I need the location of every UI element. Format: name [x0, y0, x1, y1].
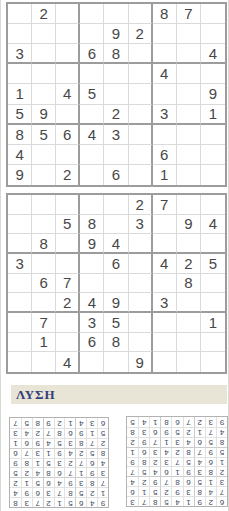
cell-r6c1: 8: [97, 448, 108, 458]
cell-r6c1: 5: [8, 105, 32, 125]
cell-r4c5: 6: [104, 254, 128, 274]
cell-r6c4: [80, 105, 104, 125]
cell-r1c5: [104, 4, 128, 24]
cell-r8c1: [8, 333, 32, 353]
cell-r4c2: [32, 64, 56, 84]
cell-r5c9: 9: [10, 458, 21, 468]
cell-r3c4: 9: [80, 234, 104, 254]
cell-r4c2: 9: [86, 467, 97, 477]
cell-r8c3: [56, 145, 80, 165]
cell-r6c9: 6: [10, 448, 21, 458]
cell-r7c8: 6: [21, 438, 32, 448]
cell-r7c7: 9: [32, 438, 43, 448]
cell-r2c4: 3: [183, 486, 194, 496]
cell-r8c7: 6: [153, 145, 177, 165]
cell-r9c4: 7: [183, 417, 194, 427]
cell-r2c1: 7: [216, 486, 227, 496]
cell-r1c6: 2: [43, 497, 54, 507]
cell-r9c2: [32, 352, 56, 372]
cell-r9c7: 1: [149, 417, 160, 427]
cell-r1c7: 7: [32, 497, 43, 507]
cell-r5c3: 7: [75, 458, 86, 468]
cell-r6c6: 1: [43, 448, 54, 458]
cell-r3c7: 5: [32, 477, 43, 487]
cell-r5c8: 8: [21, 458, 32, 468]
cell-r8c8: 3: [138, 427, 149, 437]
cell-r4c7: 4: [153, 64, 177, 84]
cell-r4c7: 4: [153, 254, 177, 274]
cell-r1c3: [56, 195, 80, 215]
cell-r5c3: 4: [56, 84, 80, 104]
cell-r9c9: [201, 352, 225, 372]
cell-r1c6: 2: [129, 195, 153, 215]
cell-r6c3: [56, 105, 80, 125]
cell-r2c4: [80, 24, 104, 44]
cell-r4c9: 5: [10, 467, 21, 477]
cell-r3c8: [177, 234, 201, 254]
cell-r2c9: 4: [10, 487, 21, 497]
cell-r7c6: 4: [43, 438, 54, 448]
cell-r4c9: [201, 64, 225, 84]
cell-r1c7: 8: [153, 4, 177, 24]
cell-r2c3: 5: [56, 215, 80, 235]
cell-r9c9: 5: [127, 417, 138, 427]
cell-r9c1: 9: [216, 417, 227, 427]
cell-r1c7: 8: [149, 496, 160, 506]
cell-r4c8: 2: [21, 467, 32, 477]
cell-r4c1: [8, 64, 32, 84]
cell-r3c5: 8: [171, 476, 182, 486]
cell-r8c4: 2: [183, 427, 194, 437]
cell-r9c4: 1: [64, 418, 75, 428]
cell-r7c7: [153, 125, 177, 145]
cell-r7c5: 3: [171, 437, 182, 447]
solution-grid-left: 9465127381258736947839465123917684254672…: [9, 417, 109, 508]
cell-r9c4: [80, 352, 104, 372]
cell-r3c2: [32, 44, 56, 64]
cell-r2c8: 9: [21, 487, 32, 497]
cell-r5c6: 5: [43, 458, 54, 468]
cell-r7c5: 5: [54, 438, 65, 448]
cell-r7c6: [129, 313, 153, 333]
cell-r3c4: 9: [64, 477, 75, 487]
cell-r1c9: 3: [127, 496, 138, 506]
cell-r8c4: [80, 145, 104, 165]
cell-r6c7: 3: [153, 293, 177, 313]
cell-r9c2: 3: [86, 418, 97, 428]
cell-r4c9: 7: [127, 466, 138, 476]
cell-r5c9: [201, 274, 225, 294]
cell-r1c2: 4: [86, 497, 97, 507]
cell-r8c2: 7: [205, 427, 216, 437]
cell-r2c7: [153, 24, 177, 44]
cell-r1c4: [80, 4, 104, 24]
cell-r9c6: 8: [160, 417, 171, 427]
cell-r7c4: 4: [183, 437, 194, 447]
cell-r1c5: 4: [171, 496, 182, 506]
cell-r8c9: [201, 333, 225, 353]
cell-r3c3: 5: [194, 476, 205, 486]
cell-r7c5: 5: [104, 313, 128, 333]
cell-r6c7: 3: [149, 447, 160, 457]
cell-r9c3: 4: [75, 418, 86, 428]
cell-r5c3: 7: [56, 274, 80, 294]
cell-r5c1: 1: [216, 457, 227, 467]
cell-r3c3: [56, 234, 80, 254]
cell-r4c6: [129, 254, 153, 274]
cell-r5c4: [80, 274, 104, 294]
cell-r6c5: 9: [54, 448, 65, 458]
cell-r6c7: 3: [153, 105, 177, 125]
cell-r3c3: 3: [75, 477, 86, 487]
cell-r5c2: [32, 84, 56, 104]
cell-r4c2: [32, 254, 56, 274]
cell-r9c7: 8: [32, 418, 43, 428]
cell-r7c4: 3: [80, 313, 104, 333]
cell-r5c5: 3: [54, 458, 65, 468]
cell-r2c5: [104, 215, 128, 235]
cell-r7c2: 5: [32, 125, 56, 145]
cell-r5c1: 1: [8, 84, 32, 104]
cell-r3c7: [153, 234, 177, 254]
cell-r6c2: 9: [205, 447, 216, 457]
cell-r6c7: 3: [32, 448, 43, 458]
cell-r6c8: 7: [21, 448, 32, 458]
cell-r8c1: 4: [8, 145, 32, 165]
cell-r1c3: [56, 4, 80, 24]
cell-r9c8: 4: [138, 417, 149, 427]
cell-r4c4: 9: [183, 466, 194, 476]
cell-r6c9: 1: [201, 105, 225, 125]
cell-r3c3: [56, 44, 80, 64]
cell-r2c6: 3: [43, 487, 54, 497]
cell-r4c3: [56, 254, 80, 274]
cell-r7c9: 2: [127, 437, 138, 447]
cell-r5c5: 7: [171, 457, 182, 467]
solution-header-label: ΛΥΣΗ: [11, 387, 56, 403]
cell-r2c4: 8: [64, 487, 75, 497]
cell-r2c7: 6: [32, 487, 43, 497]
cell-r6c2: 9: [32, 105, 56, 125]
cell-r2c1: [8, 24, 32, 44]
cell-r9c9: [201, 165, 225, 185]
cell-r8c5: 5: [171, 427, 182, 437]
cell-r6c6: [129, 293, 153, 313]
cell-r3c8: 2: [138, 476, 149, 486]
cell-r1c2: 2: [32, 4, 56, 24]
cell-r7c8: 9: [138, 437, 149, 447]
cell-r3c9: 4: [201, 44, 225, 64]
cell-r9c7: [153, 352, 177, 372]
cell-r4c3: [56, 64, 80, 84]
cell-r3c5: 4: [104, 234, 128, 254]
cell-r9c6: 9: [43, 418, 54, 428]
cell-r7c8: [177, 125, 201, 145]
cell-r7c1: 2: [97, 438, 108, 448]
cell-r7c2: 7: [86, 438, 97, 448]
cell-r4c1: 3: [97, 467, 108, 477]
cell-r8c6: [129, 145, 153, 165]
cell-r2c5: 9: [104, 24, 128, 44]
cell-r1c8: [177, 195, 201, 215]
cell-r4c8: [177, 64, 201, 84]
cell-r6c4: 8: [183, 447, 194, 457]
cell-r2c6: 2: [129, 24, 153, 44]
cell-r6c1: [8, 293, 32, 313]
cell-r7c3: 6: [194, 437, 205, 447]
cell-r9c3: 4: [56, 352, 80, 372]
cell-r5c2: 6: [32, 274, 56, 294]
cell-r2c1: [8, 215, 32, 235]
cell-r4c5: [104, 64, 128, 84]
cell-r9c8: [177, 352, 201, 372]
cell-r8c6: [129, 333, 153, 353]
sudoku-grid-2: 2758394894364256782493735116849: [6, 193, 227, 374]
cell-r1c2: 2: [205, 496, 216, 506]
cell-r7c8: [177, 313, 201, 333]
cell-r8c2: 1: [32, 333, 56, 353]
solution-grid-right: 6291458737483925163156879242839164571645…: [126, 416, 228, 507]
cell-r1c8: 3: [21, 497, 32, 507]
cell-r7c3: 6: [56, 125, 80, 145]
cell-r4c1: 3: [8, 254, 32, 274]
cell-r2c2: 4: [205, 486, 216, 496]
cell-r2c3: [56, 24, 80, 44]
cell-r2c8: [177, 24, 201, 44]
cell-r3c2: 8: [32, 234, 56, 254]
cell-r3c1: 3: [216, 476, 227, 486]
cell-r8c7: 6: [149, 427, 160, 437]
cell-r5c8: [177, 84, 201, 104]
cell-r1c1: [8, 195, 32, 215]
cell-r9c3: 2: [56, 165, 80, 185]
cell-r5c5: [104, 274, 128, 294]
cell-r8c8: [177, 333, 201, 353]
cell-r9c1: [8, 352, 32, 372]
cell-r1c1: [8, 4, 32, 24]
cell-r8c1: 4: [216, 427, 227, 437]
cell-r5c2: 6: [205, 457, 216, 467]
cell-r8c6: 7: [43, 428, 54, 438]
cell-r6c8: [177, 293, 201, 313]
cell-r4c6: 8: [43, 467, 54, 477]
cell-r4c6: [129, 64, 153, 84]
cell-r6c2: [32, 293, 56, 313]
cell-r4c7: 4: [32, 467, 43, 477]
cell-r9c4: [80, 165, 104, 185]
cell-r4c5: 1: [171, 466, 182, 476]
cell-r3c1: 7: [97, 477, 108, 487]
cell-r2c7: [153, 215, 177, 235]
cell-r7c9: [201, 125, 225, 145]
cell-r5c8: 8: [177, 274, 201, 294]
cell-r9c5: 2: [54, 418, 65, 428]
cell-r5c8: 8: [138, 457, 149, 467]
cell-r7c1: 8: [8, 125, 32, 145]
cell-r8c2: 1: [86, 428, 97, 438]
cell-r5c6: [129, 274, 153, 294]
cell-r4c2: 8: [205, 466, 216, 476]
cell-r2c4: 8: [80, 215, 104, 235]
cell-r9c5: [104, 352, 128, 372]
cell-r7c1: [8, 313, 32, 333]
cell-r2c6: 3: [129, 215, 153, 235]
cell-r9c6: 9: [129, 352, 153, 372]
cell-r5c7: 1: [32, 458, 43, 468]
cell-r8c8: 4: [21, 428, 32, 438]
cell-r1c1: 9: [97, 497, 108, 507]
cell-r7c3: [56, 313, 80, 333]
cell-r6c6: [129, 105, 153, 125]
cell-r3c5: 4: [54, 477, 65, 487]
cell-r8c1: 5: [97, 428, 108, 438]
cell-r1c7: 7: [153, 195, 177, 215]
cell-r7c5: 3: [104, 125, 128, 145]
cell-r9c1: 6: [97, 418, 108, 428]
cell-r8c5: 8: [54, 428, 65, 438]
cell-r4c8: 2: [177, 254, 201, 274]
cell-r8c8: [177, 145, 201, 165]
cell-r7c4: 4: [80, 125, 104, 145]
cell-r3c8: [177, 44, 201, 64]
cell-r1c6: [129, 4, 153, 24]
cell-r9c9: 7: [10, 418, 21, 428]
cell-r8c7: 2: [32, 428, 43, 438]
cell-r4c3: 1: [75, 467, 86, 477]
cell-r6c9: 1: [127, 447, 138, 457]
newspaper-sudoku-column: 287923684414595923185643469261 275839489…: [0, 0, 229, 511]
cell-r3c1: 3: [8, 44, 32, 64]
cell-r3c9: 4: [127, 476, 138, 486]
cell-r7c9: 1: [10, 438, 21, 448]
cell-r3c4: 6: [183, 476, 194, 486]
cell-r3c9: [201, 234, 225, 254]
cell-r3c6: [129, 44, 153, 64]
cell-r2c2: [32, 24, 56, 44]
cell-r1c3: 6: [75, 497, 86, 507]
cell-r9c6: [129, 165, 153, 185]
cell-r4c4: [80, 254, 104, 274]
cell-r8c3: [56, 333, 80, 353]
cell-r5c1: 4: [97, 458, 108, 468]
cell-r7c2: 5: [205, 437, 216, 447]
cell-r2c5: 9: [171, 486, 182, 496]
cell-r6c8: [177, 105, 201, 125]
cell-r6c3: 2: [56, 293, 80, 313]
cell-r5c1: [8, 274, 32, 294]
cell-r2c8: 1: [138, 486, 149, 496]
cell-r8c5: [104, 145, 128, 165]
cell-r6c5: 2: [104, 105, 128, 125]
cell-r4c1: 2: [216, 466, 227, 476]
cell-r3c6: 7: [160, 476, 171, 486]
cell-r3c1: [8, 234, 32, 254]
cell-r1c9: 8: [10, 497, 21, 507]
cell-r1c4: [80, 195, 104, 215]
cell-r6c5: 9: [104, 293, 128, 313]
cell-r1c8: 7: [138, 496, 149, 506]
cell-r8c5: 8: [104, 333, 128, 353]
cell-r2c9: [201, 24, 225, 44]
cell-r9c7: 1: [153, 165, 177, 185]
cell-r7c7: [153, 313, 177, 333]
cell-r5c4: 5: [80, 84, 104, 104]
cell-r5c9: 9: [127, 457, 138, 467]
cell-r4c4: 7: [64, 467, 75, 477]
cell-r3c7: 9: [149, 476, 160, 486]
cell-r3c5: 8: [104, 44, 128, 64]
cell-r8c3: 1: [194, 427, 205, 437]
cell-r6c4: 4: [64, 448, 75, 458]
cell-r3c2: 1: [205, 476, 216, 486]
cell-r5c7: 2: [149, 457, 160, 467]
cell-r5c7: [153, 274, 177, 294]
cell-r3c7: [153, 44, 177, 64]
cell-r9c8: [177, 165, 201, 185]
cell-r4c7: 4: [149, 466, 160, 476]
cell-r2c3: 5: [75, 487, 86, 497]
cell-r3c4: 6: [80, 44, 104, 64]
cell-r7c7: 7: [149, 437, 160, 447]
cell-r2c9: 4: [201, 215, 225, 235]
cell-r2c3: 8: [194, 486, 205, 496]
cell-r2c1: 1: [97, 487, 108, 497]
cell-r9c3: 2: [194, 417, 205, 427]
cell-r7c6: [129, 125, 153, 145]
cell-r2c8: 9: [177, 215, 201, 235]
cell-r4c9: 5: [201, 254, 225, 274]
cell-r1c2: [32, 195, 56, 215]
cell-r8c7: [153, 333, 177, 353]
cell-r8c3: 9: [75, 428, 86, 438]
cell-r9c2: 3: [205, 417, 216, 427]
cell-r1c4: 1: [183, 496, 194, 506]
cell-r1c1: 6: [216, 496, 227, 506]
cell-r6c9: [201, 293, 225, 313]
cell-r4c8: 5: [138, 466, 149, 476]
solution-header-bar: ΛΥΣΗ: [11, 385, 227, 404]
cell-r3c2: 8: [86, 477, 97, 487]
cell-r8c9: 3: [10, 428, 21, 438]
cell-r1c5: 1: [54, 497, 65, 507]
cell-r3c6: [129, 234, 153, 254]
cell-r2c7: 5: [149, 486, 160, 496]
cell-r1c9: [201, 4, 225, 24]
cell-r5c7: [153, 84, 177, 104]
cell-r3c9: 2: [10, 477, 21, 487]
cell-r8c4: 6: [80, 333, 104, 353]
cell-r5c6: [129, 84, 153, 104]
cell-r6c5: 2: [171, 447, 182, 457]
cell-r7c6: 1: [160, 437, 171, 447]
cell-r3c6: 6: [43, 477, 54, 487]
cell-r2c2: 2: [86, 487, 97, 497]
cell-r9c5: 6: [104, 165, 128, 185]
cell-r5c4: 5: [183, 457, 194, 467]
cell-r7c9: 1: [201, 313, 225, 333]
cell-r1c3: 9: [194, 496, 205, 506]
cell-r7c3: 8: [75, 438, 86, 448]
cell-r3c8: 1: [21, 477, 32, 487]
cell-r4c6: 6: [160, 466, 171, 476]
cell-r8c9: 8: [127, 427, 138, 437]
cell-r6c3: 2: [75, 448, 86, 458]
cell-r5c4: 2: [64, 458, 75, 468]
cell-r9c2: [32, 165, 56, 185]
cell-r6c4: 4: [80, 293, 104, 313]
cell-r6c3: 7: [194, 447, 205, 457]
cell-r6c2: 5: [86, 448, 97, 458]
